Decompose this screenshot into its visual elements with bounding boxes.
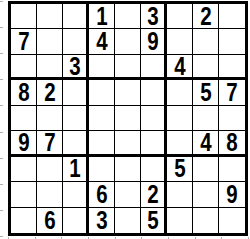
cell-r5c9[interactable] bbox=[219, 106, 245, 131]
cell-r8c8[interactable] bbox=[193, 182, 219, 207]
cell-r6c9[interactable]: 8 bbox=[219, 131, 245, 156]
cell-r7c8[interactable] bbox=[193, 157, 219, 182]
tick-mark bbox=[221, 237, 222, 239]
cell-r4c2[interactable]: 2 bbox=[37, 80, 63, 105]
cell-r9c4[interactable]: 3 bbox=[89, 208, 115, 233]
tick-mark bbox=[61, 237, 62, 239]
cell-r4c9[interactable]: 7 bbox=[219, 80, 245, 105]
given-digit: 2 bbox=[44, 80, 55, 105]
cell-r7c5[interactable] bbox=[115, 157, 141, 182]
cell-r9c5[interactable] bbox=[115, 208, 141, 233]
given-digit: 3 bbox=[69, 55, 80, 79]
cell-r6c2[interactable]: 7 bbox=[37, 131, 63, 156]
cell-r7c1[interactable] bbox=[11, 157, 37, 182]
cell-r2c6[interactable]: 9 bbox=[141, 29, 167, 54]
cell-r7c3[interactable]: 1 bbox=[63, 157, 89, 182]
cell-r5c2[interactable] bbox=[37, 106, 63, 131]
cell-r3c6[interactable] bbox=[141, 55, 167, 80]
cell-r1c5[interactable] bbox=[115, 4, 141, 29]
tick-mark bbox=[0, 132, 3, 133]
cell-r8c4[interactable]: 6 bbox=[89, 182, 115, 207]
cell-r7c9[interactable] bbox=[219, 157, 245, 182]
tick-mark bbox=[0, 184, 3, 185]
cell-r4c7[interactable] bbox=[167, 80, 193, 105]
cell-r8c9[interactable]: 9 bbox=[219, 182, 245, 207]
cell-r6c7[interactable] bbox=[167, 131, 193, 156]
cell-r4c8[interactable]: 5 bbox=[193, 80, 219, 105]
given-digit: 3 bbox=[147, 4, 158, 29]
given-digit: 5 bbox=[200, 80, 211, 105]
given-digit: 4 bbox=[96, 29, 107, 54]
cell-r3c7[interactable]: 4 bbox=[167, 55, 193, 80]
cell-r5c7[interactable] bbox=[167, 106, 193, 131]
cell-r6c5[interactable] bbox=[115, 131, 141, 156]
given-digit: 2 bbox=[147, 182, 158, 207]
cell-r1c6[interactable]: 3 bbox=[141, 4, 167, 29]
cell-r3c8[interactable] bbox=[193, 55, 219, 80]
tick-mark bbox=[8, 237, 9, 239]
cell-r9c2[interactable]: 6 bbox=[37, 208, 63, 233]
given-digit: 8 bbox=[226, 131, 237, 155]
cell-r8c6[interactable]: 2 bbox=[141, 182, 167, 207]
tick-mark bbox=[35, 237, 36, 239]
tick-mark bbox=[88, 237, 89, 239]
sudoku-board: 132749348257974815629635 bbox=[8, 1, 248, 236]
given-digit: 2 bbox=[200, 4, 211, 29]
cell-r6c1[interactable]: 9 bbox=[11, 131, 37, 156]
given-digit: 9 bbox=[147, 29, 158, 54]
cell-r2c1[interactable]: 7 bbox=[11, 29, 37, 54]
cell-r9c1[interactable] bbox=[11, 208, 37, 233]
tick-mark bbox=[248, 237, 249, 239]
tick-mark bbox=[141, 237, 142, 239]
cell-r6c8[interactable]: 4 bbox=[193, 131, 219, 156]
given-digit: 1 bbox=[96, 4, 107, 29]
given-digit: 5 bbox=[147, 208, 158, 233]
cell-r5c4[interactable] bbox=[89, 106, 115, 131]
cell-r6c3[interactable] bbox=[63, 131, 89, 156]
cell-r2c7[interactable] bbox=[167, 29, 193, 54]
cell-r1c2[interactable] bbox=[37, 4, 63, 29]
cell-r9c8[interactable] bbox=[193, 208, 219, 233]
cell-r8c1[interactable] bbox=[11, 182, 37, 207]
tick-mark bbox=[0, 105, 3, 106]
cell-r4c6[interactable] bbox=[141, 80, 167, 105]
tick-mark bbox=[0, 1, 3, 2]
given-digit: 6 bbox=[44, 208, 55, 233]
cell-r9c3[interactable] bbox=[63, 208, 89, 233]
given-digit: 8 bbox=[18, 80, 29, 105]
cell-r4c4[interactable] bbox=[89, 80, 115, 105]
cell-r2c3[interactable] bbox=[63, 29, 89, 54]
cell-r8c3[interactable] bbox=[63, 182, 89, 207]
cell-r4c5[interactable] bbox=[115, 80, 141, 105]
given-digit: 4 bbox=[200, 131, 211, 155]
tick-mark bbox=[0, 210, 3, 211]
given-digit: 7 bbox=[226, 80, 237, 105]
given-digit: 9 bbox=[18, 131, 29, 155]
given-digit: 3 bbox=[96, 208, 107, 233]
given-digit: 1 bbox=[69, 157, 80, 182]
tick-mark bbox=[0, 27, 3, 28]
cell-r3c1[interactable] bbox=[11, 55, 37, 80]
cell-r1c8[interactable]: 2 bbox=[193, 4, 219, 29]
cell-r1c4[interactable]: 1 bbox=[89, 4, 115, 29]
tick-mark bbox=[0, 79, 3, 80]
given-digit: 7 bbox=[44, 131, 55, 155]
tick-mark bbox=[0, 236, 3, 237]
cell-r5c6[interactable] bbox=[141, 106, 167, 131]
cell-r2c5[interactable] bbox=[115, 29, 141, 54]
cell-r9c6[interactable]: 5 bbox=[141, 208, 167, 233]
cell-r7c6[interactable] bbox=[141, 157, 167, 182]
tick-mark bbox=[115, 237, 116, 239]
cell-r3c3[interactable]: 3 bbox=[63, 55, 89, 80]
cell-r8c7[interactable] bbox=[167, 182, 193, 207]
cell-r7c2[interactable] bbox=[37, 157, 63, 182]
given-digit: 9 bbox=[226, 182, 237, 207]
cell-r4c3[interactable] bbox=[63, 80, 89, 105]
cell-r3c9[interactable] bbox=[219, 55, 245, 80]
cell-r6c4[interactable] bbox=[89, 131, 115, 156]
cell-r1c7[interactable] bbox=[167, 4, 193, 29]
cell-r1c1[interactable] bbox=[11, 4, 37, 29]
cell-r2c4[interactable]: 4 bbox=[89, 29, 115, 54]
cell-r3c5[interactable] bbox=[115, 55, 141, 80]
cell-r9c7[interactable] bbox=[167, 208, 193, 233]
given-digit: 5 bbox=[174, 157, 185, 182]
cell-r8c5[interactable] bbox=[115, 182, 141, 207]
cell-r7c7[interactable]: 5 bbox=[167, 157, 193, 182]
cell-r4c1[interactable]: 8 bbox=[11, 80, 37, 105]
cell-r5c1[interactable] bbox=[11, 106, 37, 131]
cell-r1c3[interactable] bbox=[63, 4, 89, 29]
tick-mark bbox=[0, 158, 3, 159]
cell-r5c8[interactable] bbox=[193, 106, 219, 131]
tick-mark bbox=[195, 237, 196, 239]
cell-r2c9[interactable] bbox=[219, 29, 245, 54]
cell-r3c4[interactable] bbox=[89, 55, 115, 80]
cell-r3c2[interactable] bbox=[37, 55, 63, 80]
given-digit: 7 bbox=[18, 29, 29, 54]
cell-r6c6[interactable] bbox=[141, 131, 167, 156]
cell-r5c5[interactable] bbox=[115, 106, 141, 131]
given-digit: 6 bbox=[96, 182, 107, 207]
cell-r8c2[interactable] bbox=[37, 182, 63, 207]
cell-r9c9[interactable] bbox=[219, 208, 245, 233]
given-digit: 4 bbox=[174, 55, 185, 79]
tick-mark bbox=[168, 237, 169, 239]
cell-r2c2[interactable] bbox=[37, 29, 63, 54]
cell-r1c9[interactable] bbox=[219, 4, 245, 29]
cell-r2c8[interactable] bbox=[193, 29, 219, 54]
tick-mark bbox=[0, 53, 3, 54]
cell-r5c3[interactable] bbox=[63, 106, 89, 131]
cell-r7c4[interactable] bbox=[89, 157, 115, 182]
